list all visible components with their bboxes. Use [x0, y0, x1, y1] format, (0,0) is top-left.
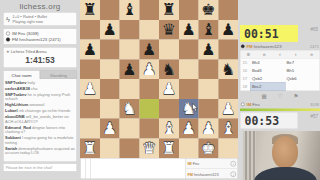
tournament-box: ★ Lichess Titled Arena 1:41:53 — [3, 47, 77, 68]
next-move-icon[interactable]: › — [288, 51, 304, 59]
tab-standing[interactable]: Standing — [40, 71, 77, 80]
square-d5[interactable]: ♟ — [139, 59, 159, 79]
chat-message: carlosAKB38 cha — [5, 86, 75, 91]
trophy-icon: ★ — [6, 49, 10, 54]
move-list: 15Bh4Be716Bxd3Bh517Qxb2Qxb618Bxc2 — [240, 59, 320, 92]
move-row: 17Qxb2Qxb6 — [241, 75, 320, 83]
black-player-label: FM hrishaverni123 (2471) — [12, 37, 61, 43]
first-move-icon[interactable]: « — [256, 51, 272, 59]
move-nav-bar: ≡«‹›» — [240, 50, 320, 59]
square-e2[interactable]: ♝ — [159, 119, 179, 139]
tournament-name[interactable]: Lichess Titled Arena — [11, 49, 47, 54]
move-cell[interactable]: Bxd3 — [251, 67, 286, 75]
square-g2[interactable]: ♟ — [199, 119, 219, 139]
square-f4[interactable] — [179, 79, 199, 99]
square-a4[interactable]: ♟ — [80, 79, 100, 99]
white-pawn: ♟ — [159, 79, 179, 99]
black-clock: 00:51 — [240, 25, 298, 42]
bottom-player-rating: 3038 — [310, 102, 319, 107]
white-bishop: ♝ — [218, 119, 238, 139]
black-pawn: ♟ — [100, 20, 120, 40]
tournament-progress-bar — [240, 109, 320, 112]
move-cell[interactable]: Qxb2 — [251, 75, 286, 83]
square-a2[interactable] — [80, 119, 100, 139]
square-e4[interactable]: ♟ — [159, 79, 179, 99]
square-b3[interactable] — [100, 99, 120, 119]
square-e1[interactable]: ♜ — [159, 138, 179, 158]
square-g7[interactable]: ♝ — [199, 20, 219, 40]
black-pawn: ♟ — [199, 40, 219, 60]
white-pawn: ♟ — [80, 79, 100, 99]
square-h1[interactable] — [218, 138, 238, 158]
white-pawn: ♟ — [100, 119, 120, 139]
like-icon[interactable]: ♡ — [278, 92, 283, 99]
square-b7[interactable]: ♟ — [100, 20, 120, 40]
prev-move-icon[interactable]: ‹ — [272, 51, 288, 59]
white-pawn: ♟ — [199, 119, 219, 139]
streamer-shoulders — [254, 167, 317, 180]
black-pawn: ♟ — [218, 20, 238, 40]
square-f7[interactable]: ♟ — [179, 20, 199, 40]
square-a6[interactable]: ♟ — [80, 40, 100, 60]
player-title: IM — [188, 161, 192, 166]
flag-icon[interactable]: ⚑ — [294, 92, 299, 99]
window-blinds — [243, 131, 256, 180]
board-area: ♜♝♜♚♟♛♟♝♟♟♟♟♟♟♞♞♟♟♞♞♟♟♝♟♟♝♜♛♜♚ IMFiruiFM… — [80, 0, 238, 180]
square-h5[interactable]: ♞ — [218, 59, 238, 79]
black-king: ♚ — [199, 0, 219, 20]
move-cell[interactable]: Bh5 — [285, 67, 320, 75]
black-tournament-rank: #65 — [310, 27, 318, 32]
player-title: FM — [188, 172, 193, 177]
chat-input[interactable] — [3, 164, 77, 172]
square-g1[interactable]: ♚ — [199, 138, 219, 158]
square-f1[interactable] — [179, 138, 199, 158]
white-clock: 00:53 — [240, 112, 298, 129]
square-h6[interactable] — [218, 40, 238, 60]
square-d1[interactable]: ♛ — [139, 138, 159, 158]
move-row: 16Bxd3Bh5 — [241, 67, 320, 75]
chess-board[interactable]: ♜♝♜♚♟♛♟♝♟♟♟♟♟♟♞♞♟♟♞♞♟♟♝♟♟♝♜♛♜♚ — [80, 0, 238, 158]
player-info-icon[interactable]: i — [231, 161, 237, 167]
player-info-icon[interactable]: i — [231, 171, 237, 177]
white-pawn: ♟ — [218, 99, 238, 119]
square-c2[interactable] — [120, 119, 140, 139]
black-pawn: ♟ — [80, 40, 100, 60]
under-board-player-row[interactable]: FMhrishaverni123i — [186, 169, 238, 180]
analysis-board-icon[interactable]: ▦ — [261, 92, 266, 99]
square-h2[interactable]: ♝ — [218, 119, 238, 139]
square-b1[interactable] — [100, 138, 120, 158]
square-c7[interactable] — [120, 20, 140, 40]
move-row: 18Bxc2 — [241, 83, 320, 91]
square-d3[interactable] — [139, 99, 159, 119]
black-knight: ♞ — [218, 59, 238, 79]
bottom-player-name: Firu — [252, 102, 259, 107]
square-g3[interactable] — [199, 99, 219, 119]
square-b5[interactable] — [100, 59, 120, 79]
bottom-clock-row: 00:53 #57 — [240, 112, 320, 129]
square-c3[interactable]: ♞ — [120, 99, 140, 119]
move-cell[interactable]: Bh4 — [251, 59, 286, 67]
black-rook: ♜ — [80, 0, 100, 20]
square-h8[interactable] — [218, 0, 238, 20]
square-d8[interactable] — [139, 0, 159, 20]
square-d4[interactable] — [139, 79, 159, 99]
white-rook: ♜ — [80, 138, 100, 158]
square-h4[interactable] — [218, 79, 238, 99]
chat-messages: SNFTsabev holycarlosAKB38 chaSNFTsabev h… — [3, 79, 77, 162]
players-box: IM Firu (3038) FM hrishaverni123 (2471) — [3, 29, 77, 45]
square-h7[interactable]: ♟ — [218, 20, 238, 40]
square-f2[interactable]: ♟ — [179, 119, 199, 139]
black-bishop: ♝ — [120, 0, 140, 20]
square-b6[interactable] — [100, 40, 120, 60]
black-side-icon — [6, 38, 10, 42]
square-d2[interactable] — [139, 119, 159, 139]
white-queen: ♛ — [139, 138, 159, 158]
menu-icon[interactable]: ≡ — [241, 51, 257, 59]
mouse-cursor-icon — [192, 103, 199, 114]
move-cell[interactable] — [285, 83, 320, 91]
square-c1[interactable] — [120, 138, 140, 158]
under-board-strip: IMFiruiFMhrishaverni123i — [80, 158, 238, 180]
white-side-icon — [241, 102, 245, 106]
square-a3[interactable] — [80, 99, 100, 119]
move-number: 18 — [241, 83, 251, 91]
square-e3[interactable] — [159, 99, 179, 119]
chat-tabs: Chat room Standing — [3, 71, 77, 80]
chat-message: Sariah demonphyhuskwen acquired an accou… — [5, 146, 75, 155]
white-knight: ♞ — [120, 99, 140, 119]
black-knight: ♞ — [159, 59, 179, 79]
right-panel: 00:51 #65 FM hrishaverni123 2471 ≡«‹›» 1… — [240, 0, 320, 180]
square-c4[interactable] — [120, 79, 140, 99]
chat-message: HighLithium wwwooil — [5, 103, 75, 108]
square-e6[interactable] — [159, 40, 179, 60]
game-action-bar: ▦♡⚑ — [240, 91, 320, 100]
square-e8[interactable]: ♜ — [159, 0, 179, 20]
move-number: 17 — [241, 75, 251, 83]
square-e5[interactable]: ♞ — [159, 59, 179, 79]
square-g4[interactable] — [199, 79, 219, 99]
white-king: ♚ — [199, 138, 219, 158]
black-queen: ♛ — [159, 20, 179, 40]
white-pawn: ♟ — [139, 59, 159, 79]
game-meta-box: ϟ 1+0 • Rated • Bullet Playing right now — [3, 12, 77, 26]
white-pawn: ♟ — [179, 119, 199, 139]
chat-message: aboutDNB will_be_words_better on ACH eOL… — [5, 115, 75, 124]
move-cell[interactable]: Qxb6 — [285, 75, 320, 83]
square-g5[interactable] — [199, 59, 219, 79]
white-bishop: ♝ — [159, 119, 179, 139]
black-player-row[interactable]: FM hrishaverni123 (2471) — [6, 37, 74, 43]
bottom-player-title: IM — [247, 102, 252, 107]
chat-message: SNFTsabev holy — [5, 80, 75, 85]
lichess-logo[interactable]: lichess.org — [0, 0, 80, 12]
move-row: 15Bh4Be7 — [241, 59, 320, 67]
top-clock-row: 00:51 #65 — [240, 25, 320, 42]
square-b4[interactable] — [100, 79, 120, 99]
square-a5[interactable] — [80, 59, 100, 79]
under-board-player-row[interactable]: IMFirui — [186, 159, 238, 170]
square-c8[interactable]: ♝ — [120, 0, 140, 20]
chat-message: SNFTsabev he is playing every Profi scha… — [5, 92, 75, 101]
black-pawn: ♟ — [139, 40, 159, 60]
lichess-spectator-page: lichess.org ϟ 1+0 • Rated • Bullet Playi… — [0, 0, 320, 180]
square-c6[interactable] — [120, 40, 140, 60]
move-time-chart — [80, 158, 186, 179]
white-side-icon — [6, 32, 10, 36]
white-rook: ♜ — [159, 138, 179, 158]
black-pawn: ♟ — [179, 20, 199, 40]
black-rook: ♜ — [159, 0, 179, 20]
top-player-row[interactable]: FM hrishaverni123 2471 — [240, 42, 320, 50]
square-f6[interactable] — [179, 40, 199, 60]
black-pawn: ♟ — [120, 59, 140, 79]
black-bishop: ♝ — [199, 20, 219, 40]
streamer-face — [272, 136, 298, 168]
square-d7[interactable] — [139, 20, 159, 40]
top-player-rating: 2471 — [310, 44, 319, 49]
webcam-overlay — [243, 131, 320, 180]
move-number: 16 — [241, 67, 251, 75]
game-status-label: Playing right now — [12, 19, 47, 24]
square-a7[interactable] — [80, 20, 100, 40]
square-f5[interactable] — [179, 59, 199, 79]
square-f8[interactable] — [179, 0, 199, 20]
top-player-name: hrishaverni123 — [254, 44, 282, 49]
square-g8[interactable]: ♚ — [199, 0, 219, 20]
chat-message: Sobbani I vagino going for a modelate ne… — [5, 136, 75, 145]
tournament-timer: 1:41:53 — [6, 54, 74, 67]
white-tournament-rank: #57 — [310, 114, 318, 119]
top-player-title: FM — [247, 44, 253, 49]
square-b2[interactable]: ♟ — [100, 119, 120, 139]
move-cell[interactable]: Be7 — [285, 59, 320, 67]
lightning-bullet-icon: ϟ — [6, 15, 10, 24]
left-sidebar: lichess.org ϟ 1+0 • Rated • Bullet Playi… — [0, 0, 80, 180]
square-h3[interactable]: ♟ — [218, 99, 238, 119]
square-a8[interactable]: ♜ — [80, 0, 100, 20]
square-e7[interactable]: ♛ — [159, 20, 179, 40]
tab-chat-room[interactable]: Chat room — [3, 71, 40, 80]
square-a1[interactable]: ♜ — [80, 138, 100, 158]
move-number: 15 — [241, 59, 251, 67]
black-side-icon — [241, 44, 245, 48]
square-d6[interactable]: ♟ — [139, 40, 159, 60]
square-g6[interactable]: ♟ — [199, 40, 219, 60]
under-board-player-list: IMFiruiFMhrishaverni123i — [186, 158, 238, 179]
chat-message: Lukael ink chainsgs go richtn friends — [5, 109, 75, 114]
move-cell[interactable]: Bxc2 — [251, 83, 286, 91]
square-c5[interactable]: ♟ — [120, 59, 140, 79]
last-move-icon[interactable]: » — [304, 51, 320, 59]
square-b8[interactable] — [100, 0, 120, 20]
bottom-player-row[interactable]: IM Firu 3038 — [240, 100, 320, 108]
chat-message: Edmond_Rod dingniz looses into clashing … — [5, 125, 75, 134]
